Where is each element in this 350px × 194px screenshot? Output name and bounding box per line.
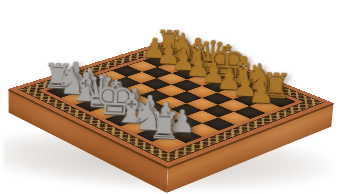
square-h5[interactable]	[218, 112, 250, 125]
scene: ♜♞♝♛♚♝♞♜♟♟♟♟♟♟♟♟♟♟♟♟♟♟♟♟♜♞♝♛♚♝♞♜	[0, 0, 350, 194]
square-h6[interactable]	[234, 106, 266, 119]
chess-set-photo: ♜♞♝♛♚♝♞♜♟♟♟♟♟♟♟♟♟♟♟♟♟♟♟♟♜♞♝♛♚♝♞♜	[0, 0, 350, 194]
white-rook-h1[interactable]: ♜	[147, 106, 182, 144]
square-g5[interactable]	[202, 105, 234, 118]
square-h4[interactable]	[202, 117, 234, 130]
square-g6[interactable]	[218, 99, 249, 111]
chess-board: ♜♞♝♛♚♝♞♜♟♟♟♟♟♟♟♟♟♟♟♟♟♟♟♟♜♞♝♛♚♝♞♜	[9, 39, 334, 167]
camera-tilt-wrapper: ♜♞♝♛♚♝♞♜♟♟♟♟♟♟♟♟♟♟♟♟♟♟♟♟♜♞♝♛♚♝♞♜	[0, 0, 350, 194]
black-pawn-h7[interactable]: ♟	[248, 78, 276, 109]
